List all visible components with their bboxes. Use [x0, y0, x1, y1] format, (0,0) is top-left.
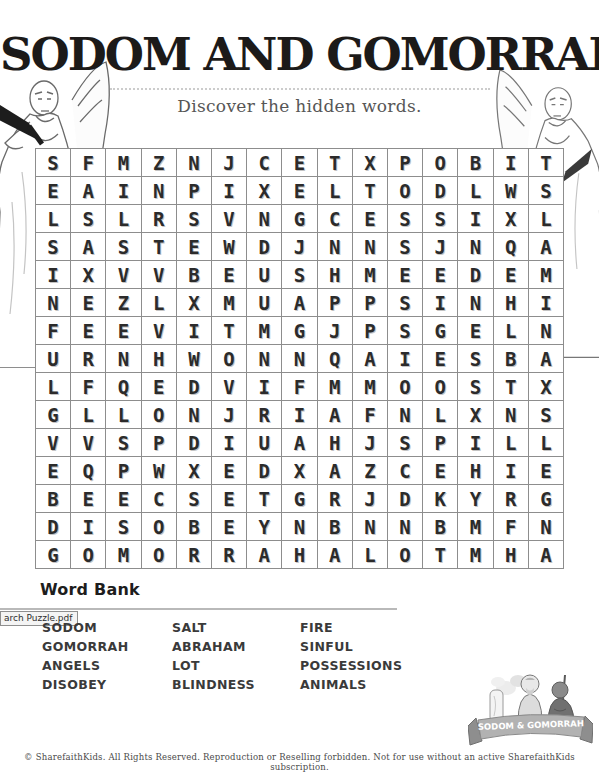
- grid-cell-r5c4: V: [142, 261, 176, 288]
- grid-cell-r6c7: U: [247, 289, 281, 316]
- grid-cell-r1c6: J: [212, 149, 246, 176]
- grid-cell-r6c9: P: [318, 289, 352, 316]
- grid-cell-r14c11: N: [388, 513, 422, 540]
- grid-cell-r2c9: L: [318, 177, 352, 204]
- grid-cell-r11c2: V: [71, 429, 105, 456]
- grid-cell-r8c9: Q: [318, 345, 352, 372]
- grid-cell-r2c3: I: [106, 177, 140, 204]
- grid-cell-r12c14: I: [494, 457, 528, 484]
- grid-cell-r6c8: A: [282, 289, 316, 316]
- grid-cell-r5c12: E: [423, 261, 457, 288]
- word-bank-column-1: SODOMGOMORRAHANGELSDISOBEY: [42, 618, 172, 694]
- grid-cell-r7c14: L: [494, 317, 528, 344]
- grid-cell-r3c11: S: [388, 205, 422, 232]
- grid-cell-r6c15: I: [529, 289, 563, 316]
- grid-cell-r6c3: Z: [106, 289, 140, 316]
- grid-cell-r9c11: O: [388, 373, 422, 400]
- grid-cell-r4c13: N: [458, 233, 492, 260]
- grid-cell-r13c9: R: [318, 485, 352, 512]
- grid-cell-r11c3: S: [106, 429, 140, 456]
- grid-cell-r2c13: L: [458, 177, 492, 204]
- grid-cell-r6c10: P: [353, 289, 387, 316]
- grid-cell-r7c8: G: [282, 317, 316, 344]
- grid-cell-r10c4: O: [142, 401, 176, 428]
- grid-cell-r14c8: N: [282, 513, 316, 540]
- grid-cell-r10c10: F: [353, 401, 387, 428]
- grid-cell-r10c12: L: [423, 401, 457, 428]
- grid-cell-r1c10: X: [353, 149, 387, 176]
- grid-cell-r1c3: M: [106, 149, 140, 176]
- grid-cell-r3c5: S: [177, 205, 211, 232]
- grid-cell-r10c6: J: [212, 401, 246, 428]
- grid-cell-r3c1: L: [36, 205, 70, 232]
- grid-cell-r12c4: W: [142, 457, 176, 484]
- grid-cell-r1c4: Z: [142, 149, 176, 176]
- grid-cell-r3c4: R: [142, 205, 176, 232]
- grid-cell-r11c1: V: [36, 429, 70, 456]
- grid-cell-r15c10: L: [353, 541, 387, 568]
- grid-cell-r3c6: V: [212, 205, 246, 232]
- grid-cell-r7c12: G: [423, 317, 457, 344]
- grid-cell-r3c8: G: [282, 205, 316, 232]
- grid-cell-r7c3: E: [106, 317, 140, 344]
- grid-cell-r3c9: C: [318, 205, 352, 232]
- grid-cell-r1c8: E: [282, 149, 316, 176]
- grid-cell-r12c5: X: [177, 457, 211, 484]
- grid-cell-r14c6: E: [212, 513, 246, 540]
- grid-cell-r13c13: Y: [458, 485, 492, 512]
- grid-cell-r5c2: X: [71, 261, 105, 288]
- grid-cell-r7c5: I: [177, 317, 211, 344]
- grid-cell-r8c1: U: [36, 345, 70, 372]
- grid-cell-r9c14: T: [494, 373, 528, 400]
- grid-cell-r8c11: I: [388, 345, 422, 372]
- grid-cell-r2c8: E: [282, 177, 316, 204]
- grid-cell-r11c13: I: [458, 429, 492, 456]
- grid-cell-r1c9: T: [318, 149, 352, 176]
- word-bank-list: SODOMGOMORRAHANGELSDISOBEYSALTABRAHAMLOT…: [42, 618, 460, 694]
- grid-cell-r15c11: O: [388, 541, 422, 568]
- grid-cell-r10c3: L: [106, 401, 140, 428]
- grid-cell-r12c2: Q: [71, 457, 105, 484]
- grid-cell-r4c6: W: [212, 233, 246, 260]
- grid-cell-r12c9: A: [318, 457, 352, 484]
- grid-cell-r11c15: L: [529, 429, 563, 456]
- grid-cell-r10c1: G: [36, 401, 70, 428]
- grid-cell-r7c1: F: [36, 317, 70, 344]
- grid-cell-r12c1: E: [36, 457, 70, 484]
- word-bank-word: SALT: [172, 618, 300, 637]
- grid-cell-r2c10: T: [353, 177, 387, 204]
- grid-cell-r15c3: M: [106, 541, 140, 568]
- word-bank-word: FIRE: [300, 618, 460, 637]
- grid-cell-r6c11: S: [388, 289, 422, 316]
- grid-cell-r4c14: Q: [494, 233, 528, 260]
- word-bank-column-2: SALTABRAHAMLOTBLINDNESS: [172, 618, 300, 694]
- grid-cell-r9c10: M: [353, 373, 387, 400]
- grid-cell-r11c11: S: [388, 429, 422, 456]
- grid-cell-r1c14: I: [494, 149, 528, 176]
- grid-cell-r13c8: G: [282, 485, 316, 512]
- grid-cell-r10c13: X: [458, 401, 492, 428]
- grid-cell-r14c9: B: [318, 513, 352, 540]
- word-search-grid: SFMZNJCETXPOBITEAINPIXELTODLWSLSLRSVNGCE…: [35, 148, 564, 569]
- grid-cell-r8c2: R: [71, 345, 105, 372]
- grid-cell-r15c1: G: [36, 541, 70, 568]
- grid-cell-r5c15: M: [529, 261, 563, 288]
- grid-cell-r10c11: N: [388, 401, 422, 428]
- grid-cell-r4c15: A: [529, 233, 563, 260]
- grid-cell-r14c5: B: [177, 513, 211, 540]
- grid-cell-r9c4: E: [142, 373, 176, 400]
- grid-cell-r9c1: L: [36, 373, 70, 400]
- grid-cell-r9c15: X: [529, 373, 563, 400]
- grid-cell-r9c12: O: [423, 373, 457, 400]
- grid-cell-r10c2: L: [71, 401, 105, 428]
- grid-cell-r13c15: G: [529, 485, 563, 512]
- grid-cell-r1c12: O: [423, 149, 457, 176]
- grid-cell-r12c8: X: [282, 457, 316, 484]
- grid-cell-r14c1: D: [36, 513, 70, 540]
- grid-cell-r3c3: L: [106, 205, 140, 232]
- grid-cell-r6c5: X: [177, 289, 211, 316]
- grid-cell-r3c10: E: [353, 205, 387, 232]
- grid-cell-r15c9: A: [318, 541, 352, 568]
- grid-cell-r14c4: O: [142, 513, 176, 540]
- grid-cell-r9c13: S: [458, 373, 492, 400]
- grid-cell-r5c6: E: [212, 261, 246, 288]
- grid-cell-r1c1: S: [36, 149, 70, 176]
- word-bank-word: BLINDNESS: [172, 675, 300, 694]
- grid-cell-r6c4: L: [142, 289, 176, 316]
- word-bank-word: DISOBEY: [42, 675, 172, 694]
- grid-cell-r14c12: B: [423, 513, 457, 540]
- grid-cell-r13c4: C: [142, 485, 176, 512]
- grid-cell-r7c9: J: [318, 317, 352, 344]
- worksheet-page: SODOM AND GOMORRAH Discover the hidden w…: [0, 0, 599, 776]
- grid-cell-r8c4: H: [142, 345, 176, 372]
- grid-cell-r3c2: S: [71, 205, 105, 232]
- grid-cell-r3c7: N: [247, 205, 281, 232]
- grid-cell-r11c5: D: [177, 429, 211, 456]
- word-bank-word: ANIMALS: [300, 675, 460, 694]
- grid-cell-r13c5: S: [177, 485, 211, 512]
- grid-cell-r12c6: E: [212, 457, 246, 484]
- grid-cell-r9c5: D: [177, 373, 211, 400]
- grid-cell-r11c10: J: [353, 429, 387, 456]
- grid-cell-r7c6: T: [212, 317, 246, 344]
- grid-cell-r8c14: B: [494, 345, 528, 372]
- grid-cell-r13c11: D: [388, 485, 422, 512]
- grid-cell-r3c15: L: [529, 205, 563, 232]
- grid-cell-r2c12: D: [423, 177, 457, 204]
- grid-cell-r11c4: P: [142, 429, 176, 456]
- page-title: SODOM AND GOMORRAH: [0, 28, 599, 81]
- grid-cell-r2c11: O: [388, 177, 422, 204]
- word-bank-word: SINFUL: [300, 637, 460, 656]
- grid-cell-r13c12: K: [423, 485, 457, 512]
- word-bank-word: POSSESSIONS: [300, 656, 460, 675]
- grid-cell-r10c5: N: [177, 401, 211, 428]
- grid-cell-r6c2: E: [71, 289, 105, 316]
- grid-cell-r6c13: N: [458, 289, 492, 316]
- grid-cell-r3c13: I: [458, 205, 492, 232]
- grid-cell-r14c15: N: [529, 513, 563, 540]
- grid-cell-r12c15: E: [529, 457, 563, 484]
- grid-cell-r7c15: N: [529, 317, 563, 344]
- grid-cell-r4c2: A: [71, 233, 105, 260]
- grid-cell-r2c4: N: [142, 177, 176, 204]
- grid-cell-r13c14: R: [494, 485, 528, 512]
- grid-cell-r1c5: N: [177, 149, 211, 176]
- grid-cell-r5c10: M: [353, 261, 387, 288]
- grid-cell-r5c3: V: [106, 261, 140, 288]
- word-bank-word: GOMORRAH: [42, 637, 172, 656]
- grid-cell-r5c13: D: [458, 261, 492, 288]
- grid-cell-r7c13: E: [458, 317, 492, 344]
- grid-cell-r1c11: P: [388, 149, 422, 176]
- grid-cell-r10c14: N: [494, 401, 528, 428]
- grid-cell-r8c3: N: [106, 345, 140, 372]
- grid-cell-r1c13: B: [458, 149, 492, 176]
- grid-cell-r13c3: E: [106, 485, 140, 512]
- grid-cell-r9c2: F: [71, 373, 105, 400]
- grid-cell-r8c8: N: [282, 345, 316, 372]
- grid-cell-r7c7: M: [247, 317, 281, 344]
- grid-cell-r5c8: S: [282, 261, 316, 288]
- grid-cell-r3c14: X: [494, 205, 528, 232]
- grid-cell-r5c7: U: [247, 261, 281, 288]
- grid-cell-r10c9: A: [318, 401, 352, 428]
- grid-cell-r9c8: F: [282, 373, 316, 400]
- ribbon-banner: SODOM & GOMORRAH: [468, 715, 593, 745]
- grid-cell-r14c14: F: [494, 513, 528, 540]
- grid-cell-r14c2: I: [71, 513, 105, 540]
- word-bank-word: LOT: [172, 656, 300, 675]
- grid-cell-r11c9: H: [318, 429, 352, 456]
- grid-cell-r5c5: B: [177, 261, 211, 288]
- grid-cell-r11c7: U: [247, 429, 281, 456]
- grid-cell-r2c2: A: [71, 177, 105, 204]
- grid-cell-r7c11: S: [388, 317, 422, 344]
- grid-cell-r9c7: I: [247, 373, 281, 400]
- grid-cell-r12c11: C: [388, 457, 422, 484]
- grid-cell-r8c7: N: [247, 345, 281, 372]
- grid-cell-r6c14: H: [494, 289, 528, 316]
- footer-copyright: © SharefaithKids. All Rights Reserved. R…: [0, 752, 599, 772]
- grid-cell-r13c2: E: [71, 485, 105, 512]
- grid-cell-r15c15: A: [529, 541, 563, 568]
- grid-cell-r15c4: O: [142, 541, 176, 568]
- grid-cell-r12c12: E: [423, 457, 457, 484]
- word-bank-word: ABRAHAM: [172, 637, 300, 656]
- grid-cell-r15c2: O: [71, 541, 105, 568]
- grid-cell-r14c10: N: [353, 513, 387, 540]
- grid-cell-r12c13: H: [458, 457, 492, 484]
- grid-cell-r4c9: N: [318, 233, 352, 260]
- grid-cell-r7c4: V: [142, 317, 176, 344]
- grid-cell-r7c10: P: [353, 317, 387, 344]
- grid-cell-r11c6: I: [212, 429, 246, 456]
- grid-cell-r4c12: J: [423, 233, 457, 260]
- grid-cell-r2c7: X: [247, 177, 281, 204]
- grid-cell-r4c1: S: [36, 233, 70, 260]
- grid-cell-r8c6: O: [212, 345, 246, 372]
- grid-cell-r12c7: D: [247, 457, 281, 484]
- grid-cell-r3c12: S: [423, 205, 457, 232]
- grid-cell-r5c11: E: [388, 261, 422, 288]
- grid-cell-r11c8: A: [282, 429, 316, 456]
- grid-cell-r12c10: Z: [353, 457, 387, 484]
- word-bank-heading: Word Bank: [40, 580, 140, 599]
- grid-cell-r13c1: B: [36, 485, 70, 512]
- grid-cell-r10c7: R: [247, 401, 281, 428]
- grid-cell-r2c15: S: [529, 177, 563, 204]
- page-subtitle: Discover the hidden words.: [0, 96, 599, 116]
- word-bank-word: SODOM: [42, 618, 172, 637]
- grid-cell-r12c3: P: [106, 457, 140, 484]
- grid-cell-r1c15: T: [529, 149, 563, 176]
- grid-cell-r8c15: A: [529, 345, 563, 372]
- grid-cell-r2c1: E: [36, 177, 70, 204]
- grid-cell-r5c14: E: [494, 261, 528, 288]
- grid-cell-r14c13: M: [458, 513, 492, 540]
- grid-cell-r1c7: C: [247, 149, 281, 176]
- grid-cell-r4c10: N: [353, 233, 387, 260]
- grid-cell-r9c9: M: [318, 373, 352, 400]
- grid-cell-r4c7: D: [247, 233, 281, 260]
- grid-cell-r7c2: E: [71, 317, 105, 344]
- grid-cell-r2c6: I: [212, 177, 246, 204]
- grid-cell-r9c3: Q: [106, 373, 140, 400]
- grid-cell-r8c10: A: [353, 345, 387, 372]
- grid-cell-r15c5: R: [177, 541, 211, 568]
- grid-cell-r5c9: H: [318, 261, 352, 288]
- word-bank-column-3: FIRESINFULPOSSESSIONSANIMALS: [300, 618, 460, 694]
- grid-cell-r10c8: I: [282, 401, 316, 428]
- grid-cell-r4c4: T: [142, 233, 176, 260]
- grid-cell-r10c15: S: [529, 401, 563, 428]
- grid-cell-r6c12: I: [423, 289, 457, 316]
- grid-cell-r4c5: E: [177, 233, 211, 260]
- grid-cell-r8c5: W: [177, 345, 211, 372]
- grid-cell-r15c13: M: [458, 541, 492, 568]
- story-badge: SODOM & GOMORRAH: [468, 668, 593, 748]
- grid-cell-r4c3: S: [106, 233, 140, 260]
- grid-cell-r8c13: S: [458, 345, 492, 372]
- grid-cell-r4c8: J: [282, 233, 316, 260]
- grid-cell-r6c6: M: [212, 289, 246, 316]
- grid-cell-r14c7: Y: [247, 513, 281, 540]
- grid-cell-r11c14: L: [494, 429, 528, 456]
- grid-cell-r15c6: R: [212, 541, 246, 568]
- grid-cell-r13c7: T: [247, 485, 281, 512]
- grid-cell-r11c12: P: [423, 429, 457, 456]
- grid-cell-r9c6: V: [212, 373, 246, 400]
- grid-cell-r1c2: F: [71, 149, 105, 176]
- grid-cell-r14c3: S: [106, 513, 140, 540]
- grid-cell-r15c14: H: [494, 541, 528, 568]
- grid-cell-r13c10: J: [353, 485, 387, 512]
- grid-cell-r4c11: S: [388, 233, 422, 260]
- word-bank-divider: [0, 608, 397, 610]
- grid-cell-r6c1: N: [36, 289, 70, 316]
- grid-cell-r8c12: E: [423, 345, 457, 372]
- grid-cell-r2c5: P: [177, 177, 211, 204]
- word-bank-word: ANGELS: [42, 656, 172, 675]
- dotted-divider: [110, 88, 490, 90]
- grid-cell-r15c7: A: [247, 541, 281, 568]
- grid-cell-r13c6: E: [212, 485, 246, 512]
- grid-cell-r15c8: H: [282, 541, 316, 568]
- grid-cell-r2c14: W: [494, 177, 528, 204]
- grid-cell-r5c1: I: [36, 261, 70, 288]
- grid-cell-r15c12: T: [423, 541, 457, 568]
